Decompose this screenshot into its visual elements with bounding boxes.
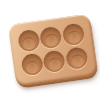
muffin-cup-cell (64, 44, 90, 71)
muffin-cup-cell (16, 27, 42, 54)
muffin-cup-cell (19, 51, 45, 78)
muffin-cup-grid (8, 14, 98, 87)
muffin-cup (43, 49, 67, 73)
muffin-cup (17, 28, 41, 52)
muffin-cup-cell (38, 24, 64, 51)
muffin-cup (20, 52, 44, 76)
muffin-cup-cell (61, 21, 87, 48)
product-photo-background (0, 0, 100, 100)
muffin-cup (65, 46, 89, 70)
muffin-pan (8, 14, 98, 87)
muffin-cup (39, 25, 63, 49)
muffin-cup (62, 22, 86, 46)
muffin-cup-cell (42, 47, 68, 74)
